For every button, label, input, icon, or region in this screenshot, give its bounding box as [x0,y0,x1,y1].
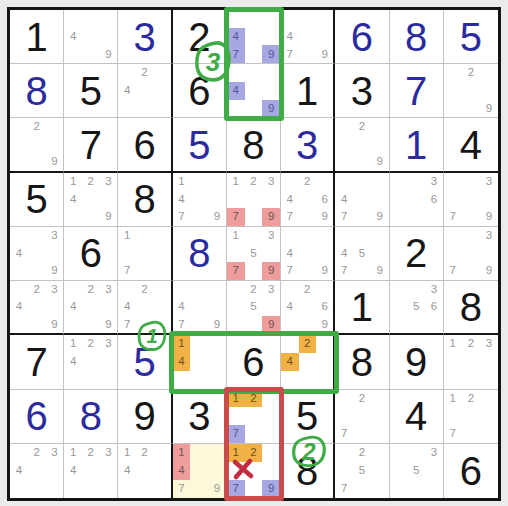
candidate-7: 7 [444,208,462,226]
cell-r4c2[interactable]: 12349 [64,173,118,227]
candidate-7: 7 [335,480,353,498]
cell-r1c6[interactable]: 479 [281,10,335,64]
cell-r2c2[interactable]: 5 [64,64,118,118]
cell-r2c8[interactable]: 7 [390,64,444,118]
cell-r1c9[interactable]: 5 [444,10,498,64]
candidate-7: 7 [444,262,462,280]
candidate-1-highlight-o: 1 [227,444,245,462]
candidate-2: 2 [299,173,316,191]
cell-r6c1[interactable]: 2349 [10,281,64,335]
cell-r2c3[interactable]: 24 [118,64,172,118]
candidate-1: 1 [64,444,82,462]
candidate-4: 4 [118,82,135,100]
candidate-2: 2 [82,173,100,191]
cell-r4c5[interactable]: 12379 [227,173,281,227]
given-digit: 3 [335,64,388,117]
board-wrap: 1493247947968585246491372929765832914512… [7,7,501,501]
solved-digit: 6 [335,10,388,63]
candidate-4-highlight-p: 4 [227,82,245,100]
candidate-7-highlight-p: 7 [227,480,245,498]
cell-r9c5[interactable]: 1279 [227,444,281,498]
candidate-9: 9 [45,316,63,333]
candidate-3: 3 [480,173,498,191]
given-digit: 8 [227,118,280,170]
cell-r1c7[interactable]: 6 [335,10,389,64]
candidate-1: 1 [227,227,245,245]
candidate-2: 2 [136,281,153,298]
candidate-7: 7 [173,208,191,226]
sudoku-board: 1493247947968585246491372929765832914512… [7,7,501,501]
cell-r9c3[interactable]: 124 [118,444,172,498]
candidate-4: 4 [335,245,353,263]
cell-r5c2[interactable]: 6 [64,227,118,281]
candidate-3: 3 [100,173,118,191]
cell-r8c1[interactable]: 6 [10,390,64,444]
solved-digit: 3 [281,118,333,170]
cell-r7c8[interactable]: 9 [390,335,444,389]
cell-r3c7[interactable]: 29 [335,118,389,172]
cell-r2c5[interactable]: 49 [227,64,281,118]
cell-r3c4[interactable]: 5 [173,118,227,172]
given-digit: 1 [10,10,63,63]
candidate-1: 1 [64,335,82,353]
candidate-4: 4 [281,28,298,46]
given-digit: 6 [64,227,117,280]
cell-r6c5[interactable]: 2359 [227,281,281,335]
cell-r5c1[interactable]: 349 [10,227,64,281]
candidate-4: 4 [64,353,82,371]
candidate-6: 6 [425,190,443,208]
candidate-1-highlight-r: 1 [173,444,191,462]
candidate-4: 4 [10,462,28,480]
candidate-1: 1 [118,227,135,245]
given-digit: 7 [10,335,63,388]
candidate-7: 7 [281,45,298,63]
candidate-5: 5 [353,462,371,480]
candidate-9: 9 [100,208,118,226]
candidate-6: 6 [316,299,333,316]
candidate-3: 3 [45,281,63,298]
solved-digit: 6 [10,390,63,443]
candidate-7: 7 [118,262,135,280]
candidate-9: 9 [100,316,118,333]
cell-r7c5[interactable]: 6 [227,335,281,389]
candidate-4: 4 [118,299,135,316]
candidate-9-highlight-r: 9 [262,262,280,280]
candidate-2: 2 [28,118,46,135]
candidate-5: 5 [407,462,425,480]
cell-r8c5[interactable]: 127 [227,390,281,444]
candidate-2: 2 [462,335,480,353]
candidate-3: 3 [262,227,280,245]
candidate-3: 3 [425,444,443,462]
candidate-7-highlight-p: 7 [227,45,245,63]
cell-r4c8[interactable]: 36 [390,173,444,227]
candidate-4-highlight-o: 4 [173,353,191,371]
cell-r5c3[interactable]: 17 [118,227,172,281]
candidate-4: 4 [64,462,82,480]
cell-r9c7[interactable]: 257 [335,444,389,498]
cell-r4c6[interactable]: 24679 [281,173,335,227]
cell-r3c5[interactable]: 8 [227,118,281,172]
cell-r7c9[interactable]: 123 [444,335,498,389]
cell-r8c2[interactable]: 8 [64,390,118,444]
candidate-4: 4 [281,190,298,208]
candidate-9-highlight-p: 9 [262,45,280,63]
candidate-9: 9 [316,316,333,333]
cell-r6c6[interactable]: 2469 [281,281,335,335]
candidate-9: 9 [208,480,226,498]
solved-digit: 5 [118,335,170,388]
cell-r1c3[interactable]: 3 [118,10,172,64]
cell-r2c6[interactable]: 1 [281,64,335,118]
candidate-2: 2 [136,444,153,462]
given-digit: 6 [173,64,226,117]
given-digit: 5 [10,173,63,226]
cell-r6c9[interactable]: 8 [444,281,498,335]
candidate-9: 9 [371,208,389,226]
candidate-5: 5 [407,299,425,316]
candidate-2: 2 [245,173,263,191]
given-digit: 9 [118,390,170,443]
candidate-2: 2 [462,390,480,408]
given-digit: 9 [390,335,443,388]
cell-r8c6[interactable]: 5 [281,390,335,444]
cell-r6c2[interactable]: 2349 [64,281,118,335]
candidate-9: 9 [371,262,389,280]
candidate-7: 7 [173,480,191,498]
cell-r6c8[interactable]: 356 [390,281,444,335]
cell-r1c1[interactable]: 1 [10,10,64,64]
candidate-4: 4 [118,462,135,480]
candidate-2: 2 [299,281,316,298]
cell-r1c2[interactable]: 49 [64,10,118,64]
candidate-9: 9 [316,208,333,226]
candidate-1: 1 [444,390,462,408]
cell-r6c7[interactable]: 1 [335,281,389,335]
candidate-5: 5 [245,245,263,263]
given-digit: 6 [444,444,498,498]
candidate-7: 7 [118,316,135,333]
candidate-7: 7 [444,425,462,443]
cell-r8c9[interactable]: 127 [444,390,498,444]
cell-r2c1[interactable]: 8 [10,64,64,118]
candidate-2-highlight-o: 2 [245,390,263,408]
cell-r7c7[interactable]: 8 [335,335,389,389]
candidate-3: 3 [262,281,280,298]
given-digit: 6 [118,118,170,170]
solved-digit: 8 [173,227,226,280]
candidate-2: 2 [245,281,263,298]
given-digit: 8 [118,173,170,226]
candidate-2: 2 [82,335,100,353]
candidate-7: 7 [281,208,298,226]
given-digit: 3 [173,390,226,443]
candidate-9: 9 [371,153,389,170]
candidate-3: 3 [100,281,118,298]
candidate-2-highlight-o: 2 [245,444,263,462]
cell-r5c6[interactable]: 479 [281,227,335,281]
candidate-7: 7 [335,262,353,280]
cell-r3c2[interactable]: 7 [64,118,118,172]
candidate-4: 4 [10,299,28,316]
candidate-2: 2 [136,64,153,82]
candidate-4: 4 [10,245,28,263]
candidate-9-highlight-r: 9 [262,208,280,226]
solved-digit: 1 [390,118,443,170]
candidate-7-highlight-r: 7 [227,262,245,280]
given-digit: 8 [444,281,498,333]
cell-r8c4[interactable]: 3 [173,390,227,444]
solved-digit: 7 [390,64,443,117]
given-digit: 1 [335,281,388,333]
candidate-5: 5 [245,299,263,316]
candidate-1: 1 [118,444,135,462]
cell-r1c8[interactable]: 8 [390,10,444,64]
cell-r2c9[interactable]: 29 [444,64,498,118]
cell-r9c8[interactable]: 35 [390,444,444,498]
candidate-7: 7 [173,316,191,333]
candidate-1: 1 [64,173,82,191]
cell-r4c9[interactable]: 379 [444,173,498,227]
candidate-4: 4 [64,299,82,316]
candidate-1-highlight-o: 1 [227,390,245,408]
cell-r5c9[interactable]: 379 [444,227,498,281]
candidate-2: 2 [353,444,371,462]
candidate-2: 2 [28,281,46,298]
candidate-3: 3 [100,444,118,462]
solved-digit: 8 [390,10,443,63]
cell-r5c5[interactable]: 13579 [227,227,281,281]
given-digit: 2 [390,227,443,280]
candidate-4: 4 [281,245,298,263]
candidate-4-highlight-o: 4 [281,353,298,371]
candidate-4-highlight-p: 4 [227,28,245,46]
solved-digit: 8 [10,64,63,117]
candidate-9: 9 [45,262,63,280]
candidate-9: 9 [100,45,118,63]
cell-r9c4[interactable]: 1479 [173,444,227,498]
cell-r7c1[interactable]: 7 [10,335,64,389]
cell-r5c4[interactable]: 8 [173,227,227,281]
candidate-7-highlight-r: 7 [227,208,245,226]
candidate-3: 3 [480,335,498,353]
cell-r3c9[interactable]: 4 [444,118,498,172]
given-digit: 8 [281,444,333,498]
cell-r7c2[interactable]: 1234 [64,335,118,389]
candidate-7: 7 [281,262,298,280]
cell-r7c3[interactable]: 5 [118,335,172,389]
candidate-4: 4 [173,190,191,208]
candidate-6: 6 [316,190,333,208]
cell-r8c3[interactable]: 9 [118,390,172,444]
candidate-9: 9 [45,153,63,170]
candidate-7-highlight-p: 7 [227,425,245,443]
given-digit: 2 [173,10,226,63]
cell-r4c3[interactable]: 8 [118,173,172,227]
solved-digit: 3 [118,10,170,63]
candidate-9: 9 [316,45,333,63]
candidate-9: 9 [208,208,226,226]
cell-r9c9[interactable]: 6 [444,444,498,498]
candidate-3: 3 [425,173,443,191]
candidate-3: 3 [425,281,443,298]
candidate-9: 9 [480,100,498,118]
given-digit: 4 [444,118,498,170]
cell-r6c4[interactable]: 479 [173,281,227,335]
cell-r6c3[interactable]: 247 [118,281,172,335]
candidate-9: 9 [480,208,498,226]
cell-r3c8[interactable]: 1 [390,118,444,172]
candidate-3: 3 [262,173,280,191]
candidate-2: 2 [353,118,371,135]
cell-r3c1[interactable]: 29 [10,118,64,172]
cell-r3c6[interactable]: 3 [281,118,335,172]
candidate-3: 3 [480,227,498,245]
candidate-4: 4 [64,190,82,208]
cell-r9c1[interactable]: 234 [10,444,64,498]
candidate-9-highlight-p: 9 [262,480,280,498]
cell-r2c7[interactable]: 3 [335,64,389,118]
cell-r1c4[interactable]: 2 [173,10,227,64]
candidate-9-highlight-p: 9 [262,100,280,118]
cell-r4c4[interactable]: 1479 [173,173,227,227]
candidate-2: 2 [82,281,100,298]
candidate-4: 4 [173,299,191,316]
candidate-9: 9 [208,316,226,333]
cell-r3c3[interactable]: 6 [118,118,172,172]
candidate-6: 6 [425,299,443,316]
solved-digit: 8 [64,390,117,443]
given-digit: 5 [281,390,333,443]
candidate-9-highlight-r: 9 [262,316,280,333]
cell-r1c5[interactable]: 479 [227,10,281,64]
cell-r9c2[interactable]: 1234 [64,444,118,498]
candidate-2: 2 [28,444,46,462]
cell-r8c8[interactable]: 4 [390,390,444,444]
given-digit: 7 [64,118,117,170]
cell-r8c7[interactable]: 27 [335,390,389,444]
given-digit: 4 [390,390,443,443]
candidate-3: 3 [45,444,63,462]
given-digit: 6 [227,335,280,388]
cell-r7c6[interactable]: 24 [281,335,335,389]
candidate-4-highlight-r: 4 [173,462,191,480]
candidate-2: 2 [462,64,480,82]
solved-digit: 5 [444,10,498,63]
candidate-1: 1 [444,335,462,353]
candidate-2-highlight-o: 2 [299,335,316,353]
given-digit: 8 [335,335,388,388]
candidate-7: 7 [335,425,353,443]
solved-digit: 5 [173,118,226,170]
candidate-4: 4 [64,28,82,46]
candidate-5: 5 [353,245,371,263]
cell-r5c7[interactable]: 4579 [335,227,389,281]
candidate-2: 2 [82,444,100,462]
candidate-1-highlight-o: 1 [173,335,191,353]
cell-r4c7[interactable]: 479 [335,173,389,227]
given-digit: 1 [281,64,333,117]
cell-r5c8[interactable]: 2 [390,227,444,281]
candidate-9: 9 [480,262,498,280]
given-digit: 5 [64,64,117,117]
candidate-3: 3 [45,227,63,245]
candidate-1: 1 [227,173,245,191]
candidate-3: 3 [100,335,118,353]
cell-r7c4[interactable]: 14 [173,335,227,389]
candidate-1: 1 [173,173,191,191]
candidate-9: 9 [316,262,333,280]
candidate-4: 4 [281,299,298,316]
cell-r4c1[interactable]: 5 [10,173,64,227]
candidate-2: 2 [353,390,371,408]
candidate-7: 7 [335,208,353,226]
cell-r2c4[interactable]: 6 [173,64,227,118]
candidate-4: 4 [335,190,353,208]
cell-r9c6[interactable]: 8 [281,444,335,498]
